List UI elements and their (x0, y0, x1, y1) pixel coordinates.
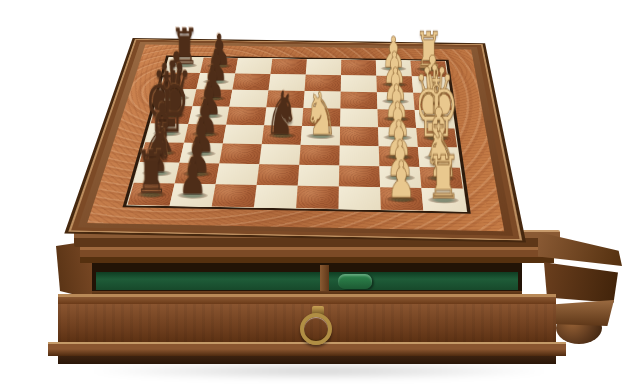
square-f5 (259, 144, 300, 165)
ground-shadow (84, 362, 554, 380)
square-f4 (299, 145, 339, 166)
square-a3 (341, 60, 376, 76)
square-c6 (229, 90, 268, 108)
square-h8: ♜ (128, 183, 175, 206)
square-h3 (338, 187, 380, 210)
square-c3 (340, 92, 377, 110)
square-g5 (257, 164, 300, 186)
case-right-plinth (548, 300, 614, 326)
square-g4 (298, 165, 340, 187)
drawer-front-moulding (48, 342, 566, 356)
square-h6 (212, 184, 257, 207)
square-e4: ♞ (301, 126, 340, 146)
square-f6 (219, 144, 261, 165)
square-e6 (223, 125, 264, 145)
square-a5 (270, 59, 306, 75)
board-grid: ♜♟♟♜♟♟♝♟♟♝♛♟♟♛♚♟♞♞♟♚♝♟♟♝♞♟♟♞♜♟♟♜ (128, 57, 466, 211)
square-e3 (340, 127, 379, 147)
board-inner-border: ♜♟♟♜♟♟♝♟♟♝♛♟♟♛♚♟♞♞♟♚♝♟♟♝♞♟♟♞♜♟♟♜ (122, 55, 470, 213)
black-pawn-h7: ♟ (174, 144, 213, 194)
square-g6 (216, 163, 260, 185)
square-h5 (254, 185, 298, 208)
white-pawn-h2: ♟ (382, 148, 421, 199)
square-a6 (235, 58, 272, 74)
drawer-front-base (58, 356, 556, 364)
chess-set-photo: ♜♟♟♜♟♟♝♟♟♝♛♟♟♛♚♟♞♞♟♚♝♟♟♝♞♟♟♞♜♟♟♜ (0, 0, 637, 390)
white-knight-e4: ♞ (303, 76, 339, 136)
chessboard: ♜♟♟♜♟♟♝♟♟♝♛♟♟♛♚♟♞♞♟♚♝♟♟♝♞♟♟♞♜♟♟♜ (64, 38, 526, 243)
square-a4 (306, 59, 342, 75)
board-scene: ♜♟♟♜♟♟♝♟♟♝♛♟♟♛♚♟♞♞♟♚♝♟♟♝♞♟♟♞♜♟♟♜ (102, 0, 502, 326)
square-h2: ♟ (380, 187, 423, 210)
square-d6 (226, 107, 266, 126)
square-d3 (340, 109, 378, 128)
square-f3 (339, 146, 379, 167)
burl-border: ♜♟♟♜♟♟♝♟♟♝♛♟♟♛♚♟♞♞♟♚♝♟♟♝♞♟♟♞♜♟♟♜ (87, 45, 504, 232)
black-knight-e5: ♞ (264, 75, 300, 135)
board-frame: ♜♟♟♜♟♟♝♟♟♝♛♟♟♛♚♟♞♞♟♚♝♟♟♝♞♟♟♞♜♟♟♜ (64, 38, 526, 243)
square-e5: ♞ (262, 125, 302, 145)
black-rook-h8: ♜ (132, 135, 171, 194)
square-h1: ♜ (421, 188, 466, 211)
white-rook-h1: ♜ (424, 140, 463, 199)
square-b3 (341, 75, 377, 92)
square-g3 (339, 166, 380, 188)
square-h7: ♟ (170, 184, 216, 207)
square-h4 (296, 186, 339, 209)
